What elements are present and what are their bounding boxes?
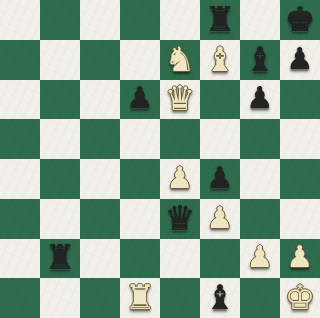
- white-pawn-piece[interactable]: ♟: [287, 242, 314, 272]
- square-e6[interactable]: ♛: [160, 80, 200, 120]
- square-a7[interactable]: [0, 40, 40, 80]
- square-f6[interactable]: [200, 80, 240, 120]
- square-d1[interactable]: ♜: [120, 278, 160, 318]
- black-pawn-piece[interactable]: ♟: [207, 163, 234, 193]
- white-king-piece[interactable]: ♚: [285, 280, 315, 314]
- square-g1[interactable]: [240, 278, 280, 318]
- square-g4[interactable]: [240, 159, 280, 199]
- black-bishop-piece[interactable]: ♝: [205, 280, 235, 314]
- square-a8[interactable]: [0, 0, 40, 40]
- square-e7[interactable]: ♞: [160, 40, 200, 80]
- square-b6[interactable]: [40, 80, 80, 120]
- chess-board-wrapper: ♜♚♞♝♝♟♟♛♟♟♟♛♟♜♟♟♜♝♚: [0, 0, 320, 318]
- square-h1[interactable]: ♚: [280, 278, 320, 318]
- square-c8[interactable]: [80, 0, 120, 40]
- white-knight-piece[interactable]: ♞: [165, 42, 195, 76]
- square-d2[interactable]: [120, 239, 160, 279]
- square-d6[interactable]: ♟: [120, 80, 160, 120]
- square-b4[interactable]: [40, 159, 80, 199]
- square-b7[interactable]: [40, 40, 80, 80]
- black-pawn-piece[interactable]: ♟: [287, 44, 314, 74]
- square-f2[interactable]: [200, 239, 240, 279]
- square-a3[interactable]: [0, 199, 40, 239]
- square-h5[interactable]: [280, 119, 320, 159]
- square-g6[interactable]: ♟: [240, 80, 280, 120]
- square-a5[interactable]: [0, 119, 40, 159]
- square-b1[interactable]: [40, 278, 80, 318]
- square-d8[interactable]: [120, 0, 160, 40]
- square-h2[interactable]: ♟: [280, 239, 320, 279]
- square-f5[interactable]: [200, 119, 240, 159]
- square-c2[interactable]: [80, 239, 120, 279]
- black-pawn-piece[interactable]: ♟: [127, 83, 154, 113]
- square-d5[interactable]: [120, 119, 160, 159]
- square-g5[interactable]: [240, 119, 280, 159]
- square-b3[interactable]: [40, 199, 80, 239]
- square-g8[interactable]: [240, 0, 280, 40]
- square-f4[interactable]: ♟: [200, 159, 240, 199]
- black-rook-piece[interactable]: ♜: [205, 2, 235, 36]
- chess-board: ♜♚♞♝♝♟♟♛♟♟♟♛♟♜♟♟♜♝♚: [0, 0, 320, 318]
- black-bishop-piece[interactable]: ♝: [245, 42, 275, 76]
- square-c6[interactable]: [80, 80, 120, 120]
- square-f7[interactable]: ♝: [200, 40, 240, 80]
- square-e4[interactable]: ♟: [160, 159, 200, 199]
- square-f8[interactable]: ♜: [200, 0, 240, 40]
- square-f1[interactable]: ♝: [200, 278, 240, 318]
- square-a4[interactable]: [0, 159, 40, 199]
- white-bishop-piece[interactable]: ♝: [205, 42, 235, 76]
- square-h4[interactable]: [280, 159, 320, 199]
- white-pawn-piece[interactable]: ♟: [207, 203, 234, 233]
- black-rook-piece[interactable]: ♜: [45, 240, 75, 274]
- square-c3[interactable]: [80, 199, 120, 239]
- square-g2[interactable]: ♟: [240, 239, 280, 279]
- square-g3[interactable]: [240, 199, 280, 239]
- black-pawn-piece[interactable]: ♟: [247, 83, 274, 113]
- square-h6[interactable]: [280, 80, 320, 120]
- white-rook-piece[interactable]: ♜: [125, 280, 155, 314]
- square-a2[interactable]: [0, 239, 40, 279]
- square-a6[interactable]: [0, 80, 40, 120]
- square-c4[interactable]: [80, 159, 120, 199]
- square-d4[interactable]: [120, 159, 160, 199]
- square-e2[interactable]: [160, 239, 200, 279]
- square-e8[interactable]: [160, 0, 200, 40]
- square-c5[interactable]: [80, 119, 120, 159]
- square-b5[interactable]: [40, 119, 80, 159]
- square-a1[interactable]: [0, 278, 40, 318]
- white-pawn-piece[interactable]: ♟: [247, 242, 274, 272]
- black-queen-piece[interactable]: ♛: [165, 201, 195, 235]
- white-pawn-piece[interactable]: ♟: [167, 163, 194, 193]
- square-e1[interactable]: [160, 278, 200, 318]
- square-h7[interactable]: ♟: [280, 40, 320, 80]
- white-queen-piece[interactable]: ♛: [165, 81, 195, 115]
- square-e3[interactable]: ♛: [160, 199, 200, 239]
- square-c7[interactable]: [80, 40, 120, 80]
- square-d7[interactable]: [120, 40, 160, 80]
- square-d3[interactable]: [120, 199, 160, 239]
- square-e5[interactable]: [160, 119, 200, 159]
- square-g7[interactable]: ♝: [240, 40, 280, 80]
- square-b2[interactable]: ♜: [40, 239, 80, 279]
- square-c1[interactable]: [80, 278, 120, 318]
- black-king-piece[interactable]: ♚: [285, 2, 315, 36]
- square-h8[interactable]: ♚: [280, 0, 320, 40]
- square-b8[interactable]: [40, 0, 80, 40]
- square-h3[interactable]: [280, 199, 320, 239]
- square-f3[interactable]: ♟: [200, 199, 240, 239]
